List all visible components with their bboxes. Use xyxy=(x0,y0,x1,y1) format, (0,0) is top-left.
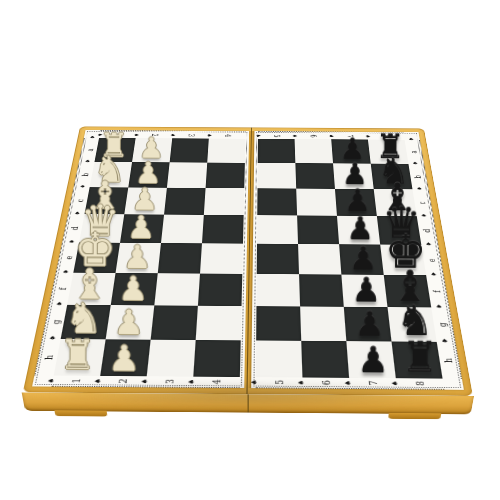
square xyxy=(298,244,341,275)
frame-foot-right xyxy=(388,413,441,419)
file-label: ♠e xyxy=(57,242,80,272)
square xyxy=(256,306,301,341)
square xyxy=(256,274,300,307)
square xyxy=(301,341,349,378)
spade-marker-icon: ♠ xyxy=(327,134,333,137)
square xyxy=(299,274,344,307)
square xyxy=(387,307,436,342)
file-labels-right: ♠a♠b♠c♠d♠e♠f♠g♠h xyxy=(404,140,462,379)
square xyxy=(331,139,370,163)
file-label: ♠h xyxy=(436,342,461,379)
square xyxy=(333,163,374,189)
spade-marker-icon: ♠ xyxy=(254,134,260,137)
square xyxy=(198,274,242,306)
square xyxy=(67,273,115,305)
square xyxy=(337,216,380,245)
spade-marker-icon: ♠ xyxy=(94,378,103,383)
square xyxy=(90,162,132,188)
spade-marker-icon: ♠ xyxy=(74,212,81,216)
square xyxy=(257,163,296,189)
square xyxy=(392,341,443,378)
file-label: ♠g xyxy=(430,307,454,342)
square xyxy=(167,162,207,188)
board-left-half: ♠1♠2♠3♠4 ♠a♠b♠c♠d♠e♠f♠g♠h ♠1♠2♠3♠4 xyxy=(32,130,249,388)
square xyxy=(296,189,337,216)
square xyxy=(256,340,303,377)
square xyxy=(193,340,240,377)
square xyxy=(295,163,335,189)
square xyxy=(94,138,135,162)
square xyxy=(200,243,243,274)
square xyxy=(79,214,124,243)
square xyxy=(154,273,200,305)
square xyxy=(344,307,392,342)
square xyxy=(204,188,244,215)
square xyxy=(73,242,120,272)
square xyxy=(300,306,346,341)
file-label: ♠g xyxy=(43,305,68,339)
square xyxy=(339,244,384,275)
square xyxy=(206,163,245,189)
spade-marker-icon: ♠ xyxy=(435,305,443,310)
spade-marker-icon: ♠ xyxy=(84,160,91,164)
square xyxy=(164,188,206,215)
spade-marker-icon: ♠ xyxy=(68,240,75,245)
square xyxy=(384,275,432,308)
spade-marker-icon: ♠ xyxy=(169,133,176,136)
file-labels-left: ♠a♠b♠c♠d♠e♠f♠g♠h xyxy=(34,138,100,376)
board-frame: ♠1♠2♠3♠4 ♠a♠b♠c♠d♠e♠f♠g♠h ♠1♠2♠3♠4 ♠5♠6♠… xyxy=(23,126,473,395)
square xyxy=(202,215,244,244)
square xyxy=(116,243,161,274)
frame-foot-left xyxy=(54,410,107,416)
square xyxy=(161,215,204,244)
spade-marker-icon: ♠ xyxy=(79,185,86,189)
spade-marker-icon: ♠ xyxy=(49,336,57,342)
spade-marker-icon: ♠ xyxy=(421,214,428,218)
square xyxy=(341,275,387,308)
square xyxy=(170,138,209,162)
square xyxy=(120,214,164,243)
spade-marker-icon: ♠ xyxy=(205,134,211,137)
square xyxy=(111,273,158,305)
square xyxy=(85,187,129,214)
square xyxy=(377,216,421,245)
square xyxy=(100,339,150,376)
square xyxy=(158,243,202,274)
square xyxy=(124,187,167,214)
spade-marker-icon: ♠ xyxy=(47,378,56,383)
square xyxy=(128,162,169,188)
square xyxy=(54,339,106,376)
square xyxy=(151,305,198,340)
file-label: ♠f xyxy=(425,275,448,307)
square xyxy=(297,215,339,244)
square xyxy=(61,305,111,340)
square xyxy=(346,341,395,378)
spade-marker-icon: ♠ xyxy=(291,134,297,137)
square xyxy=(257,215,298,244)
board-shadow xyxy=(45,382,460,408)
square xyxy=(295,139,333,163)
square xyxy=(335,189,377,216)
product-photo: ♠1♠2♠3♠4 ♠a♠b♠c♠d♠e♠f♠g♠h ♠1♠2♠3♠4 ♠5♠6♠… xyxy=(0,0,500,500)
spade-marker-icon: ♠ xyxy=(441,339,449,345)
square xyxy=(257,188,297,215)
square xyxy=(258,139,296,163)
spade-marker-icon: ♠ xyxy=(89,136,95,140)
spade-marker-icon: ♠ xyxy=(412,162,418,166)
square xyxy=(374,189,417,216)
spade-marker-icon: ♠ xyxy=(425,242,432,247)
square xyxy=(257,244,299,275)
square xyxy=(368,140,409,164)
square xyxy=(106,305,155,340)
chess-board: ♠1♠2♠3♠4 ♠a♠b♠c♠d♠e♠f♠g♠h ♠1♠2♠3♠4 ♠5♠6♠… xyxy=(23,126,473,395)
rank-label: ♠1 xyxy=(52,375,101,386)
spade-marker-icon: ♠ xyxy=(430,272,437,277)
spade-marker-icon: ♠ xyxy=(363,135,370,138)
spade-marker-icon: ♠ xyxy=(55,302,63,307)
square xyxy=(147,340,196,377)
spade-marker-icon: ♠ xyxy=(96,133,103,136)
square xyxy=(380,245,426,276)
square xyxy=(196,306,242,341)
file-label: ♠f xyxy=(50,273,74,305)
file-label: ♠h xyxy=(36,339,62,376)
file-label: ♠e xyxy=(420,245,442,275)
spade-marker-icon: ♠ xyxy=(132,133,139,136)
board-right-half: ♠5♠6♠7♠8 ♠a♠b♠c♠d♠e♠f♠g♠h ♠5♠6♠7♠8 xyxy=(251,131,464,390)
square xyxy=(207,139,245,163)
square xyxy=(132,138,172,162)
square xyxy=(371,164,413,190)
spade-marker-icon: ♠ xyxy=(416,187,423,191)
spade-marker-icon: ♠ xyxy=(62,270,69,275)
scene: ♠1♠2♠3♠4 ♠a♠b♠c♠d♠e♠f♠g♠h ♠1♠2♠3♠4 ♠5♠6♠… xyxy=(0,0,500,500)
spade-marker-icon: ♠ xyxy=(408,138,414,142)
